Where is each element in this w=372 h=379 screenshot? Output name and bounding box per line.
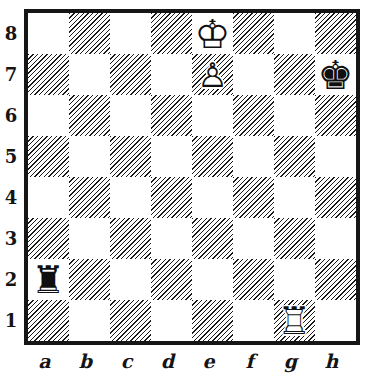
rank-label-7: 7 — [0, 54, 22, 95]
square-g8 — [274, 13, 315, 54]
square-b5 — [69, 136, 110, 177]
square-b2 — [69, 259, 110, 300]
square-g4 — [274, 177, 315, 218]
square-f7 — [233, 54, 274, 95]
square-d4 — [151, 177, 192, 218]
square-h5 — [315, 136, 356, 177]
rank-label-6: 6 — [0, 95, 22, 136]
piece-black-rook: ♜ — [31, 261, 65, 299]
square-h3 — [315, 218, 356, 259]
square-h2 — [315, 259, 356, 300]
square-h7: ♚ — [315, 54, 356, 95]
square-a1 — [28, 300, 69, 341]
square-f2 — [233, 259, 274, 300]
square-a4 — [28, 177, 69, 218]
piece-black-king: ♚ — [318, 55, 354, 95]
square-d8 — [151, 13, 192, 54]
square-h4 — [315, 177, 356, 218]
rank-label-4: 4 — [0, 177, 22, 218]
file-label-f: f — [229, 350, 270, 372]
square-b7 — [69, 54, 110, 95]
square-c2 — [110, 259, 151, 300]
square-b6 — [69, 95, 110, 136]
chess-diagram-page: 87654321 ♔♚♙♟♚♜♖♜ abcdefgh — [0, 0, 372, 379]
piece-white-body: ♟ — [197, 58, 227, 92]
square-e8: ♔♚ — [192, 13, 233, 54]
rank-label-8: 8 — [0, 13, 22, 54]
square-c6 — [110, 95, 151, 136]
square-g7 — [274, 54, 315, 95]
piece-white-body: ♜ — [277, 302, 311, 340]
square-b3 — [69, 218, 110, 259]
rank-label-1: 1 — [0, 300, 22, 341]
square-g6 — [274, 95, 315, 136]
square-f5 — [233, 136, 274, 177]
square-d6 — [151, 95, 192, 136]
file-label-c: c — [106, 350, 147, 372]
square-g2 — [274, 259, 315, 300]
rank-label-2: 2 — [0, 259, 22, 300]
square-c1 — [110, 300, 151, 341]
file-label-e: e — [188, 350, 229, 372]
square-h6 — [315, 95, 356, 136]
square-b8 — [69, 13, 110, 54]
square-f4 — [233, 177, 274, 218]
square-g1: ♖♜ — [274, 300, 315, 341]
square-a3 — [28, 218, 69, 259]
square-a2: ♜ — [28, 259, 69, 300]
square-g3 — [274, 218, 315, 259]
rank-labels: 87654321 — [0, 13, 22, 341]
piece-white-body: ♚ — [195, 14, 231, 54]
square-c4 — [110, 177, 151, 218]
square-h1 — [315, 300, 356, 341]
square-e6 — [192, 95, 233, 136]
square-c8 — [110, 13, 151, 54]
square-c5 — [110, 136, 151, 177]
square-e1 — [192, 300, 233, 341]
square-f8 — [233, 13, 274, 54]
square-d1 — [151, 300, 192, 341]
square-e4 — [192, 177, 233, 218]
square-g5 — [274, 136, 315, 177]
square-f3 — [233, 218, 274, 259]
square-a8 — [28, 13, 69, 54]
chess-board: ♔♚♙♟♚♜♖♜ — [24, 9, 360, 345]
square-h8 — [315, 13, 356, 54]
square-e7: ♙♟ — [192, 54, 233, 95]
square-c3 — [110, 218, 151, 259]
square-d7 — [151, 54, 192, 95]
file-label-h: h — [311, 350, 352, 372]
square-a7 — [28, 54, 69, 95]
file-label-a: a — [24, 350, 65, 372]
piece-white-rook: ♖♜ — [277, 302, 311, 340]
square-d2 — [151, 259, 192, 300]
piece-white-pawn: ♙♟ — [197, 58, 227, 92]
square-f1 — [233, 300, 274, 341]
square-b1 — [69, 300, 110, 341]
file-label-b: b — [65, 350, 106, 372]
piece-white-king: ♔♚ — [195, 14, 231, 54]
square-d3 — [151, 218, 192, 259]
square-d5 — [151, 136, 192, 177]
rank-label-3: 3 — [0, 218, 22, 259]
square-a6 — [28, 95, 69, 136]
file-label-d: d — [147, 350, 188, 372]
square-b4 — [69, 177, 110, 218]
square-c7 — [110, 54, 151, 95]
file-labels: abcdefgh — [28, 350, 356, 372]
square-f6 — [233, 95, 274, 136]
file-label-g: g — [270, 350, 311, 372]
square-a5 — [28, 136, 69, 177]
square-e3 — [192, 218, 233, 259]
square-e2 — [192, 259, 233, 300]
square-e5 — [192, 136, 233, 177]
rank-label-5: 5 — [0, 136, 22, 177]
